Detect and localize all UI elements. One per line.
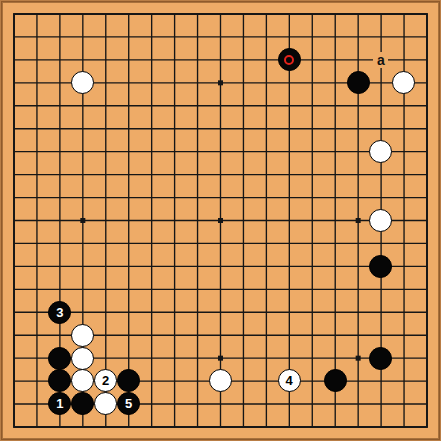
white-stone — [71, 347, 94, 370]
black-stone-marked — [278, 48, 301, 71]
white-stone — [71, 369, 94, 392]
white-stone — [71, 324, 94, 347]
white-stone — [369, 209, 392, 232]
black-stone — [369, 347, 392, 370]
black-stone — [48, 369, 71, 392]
black-stone-move-1: 1 — [48, 392, 71, 415]
point-label-a: a — [373, 52, 388, 68]
black-stone — [71, 392, 94, 415]
black-stone — [347, 71, 370, 94]
white-stone — [209, 369, 232, 392]
black-stone-move-5: 5 — [117, 392, 140, 415]
white-stone-move-2: 2 — [94, 369, 117, 392]
black-stone — [48, 347, 71, 370]
black-stone — [117, 369, 140, 392]
black-stone — [369, 255, 392, 278]
white-stone — [392, 71, 415, 94]
go-board: 43215a — [0, 0, 441, 441]
stones-layer: 43215a — [3, 3, 439, 439]
white-stone-move-4: 4 — [278, 369, 301, 392]
circle-marker-icon — [284, 55, 294, 65]
white-stone — [71, 71, 94, 94]
white-stone — [369, 140, 392, 163]
black-stone — [324, 369, 347, 392]
black-stone-move-3: 3 — [48, 301, 71, 324]
white-stone — [94, 392, 117, 415]
